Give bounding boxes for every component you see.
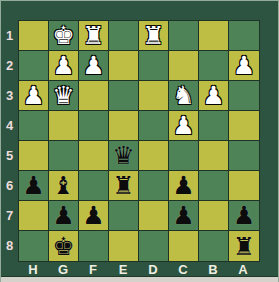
square-f8[interactable] — [79, 231, 109, 261]
black-bishop[interactable]: ♝ — [52, 171, 74, 200]
square-c2[interactable] — [169, 51, 199, 81]
square-e3[interactable] — [109, 81, 139, 111]
black-pawn[interactable]: ♟ — [22, 171, 44, 200]
square-b1[interactable] — [199, 21, 229, 51]
square-f2[interactable]: ♟ — [79, 51, 109, 81]
black-pawn[interactable]: ♟ — [172, 201, 194, 230]
rank-label-3: 3 — [3, 80, 16, 110]
file-label-e: E — [108, 262, 138, 277]
square-f1[interactable]: ♜ — [79, 21, 109, 51]
square-g6[interactable]: ♝ — [49, 171, 79, 201]
square-a6[interactable] — [229, 171, 259, 201]
square-e6[interactable]: ♜ — [109, 171, 139, 201]
square-f6[interactable] — [79, 171, 109, 201]
square-c4[interactable]: ♟ — [169, 111, 199, 141]
square-d8[interactable] — [139, 231, 169, 261]
file-label-f: F — [78, 262, 108, 277]
square-f4[interactable] — [79, 111, 109, 141]
rank-label-7: 7 — [3, 200, 16, 230]
square-a5[interactable] — [229, 141, 259, 171]
white-rook[interactable]: ♜ — [82, 21, 104, 50]
rank-label-2: 2 — [3, 50, 16, 80]
square-h3[interactable]: ♟ — [19, 81, 49, 111]
square-b3[interactable]: ♟ — [199, 81, 229, 111]
square-b7[interactable] — [199, 201, 229, 231]
square-d5[interactable] — [139, 141, 169, 171]
square-h5[interactable] — [19, 141, 49, 171]
square-g4[interactable] — [49, 111, 79, 141]
white-pawn[interactable]: ♟ — [172, 111, 194, 140]
rank-label-1: 1 — [3, 20, 16, 50]
square-e4[interactable] — [109, 111, 139, 141]
white-pawn[interactable]: ♟ — [233, 51, 255, 80]
rank-label-4: 4 — [3, 110, 16, 140]
square-c1[interactable] — [169, 21, 199, 51]
white-pawn[interactable]: ♟ — [22, 81, 44, 110]
square-f5[interactable] — [79, 141, 109, 171]
square-g3[interactable]: ♛ — [49, 81, 79, 111]
black-rook[interactable]: ♜ — [112, 171, 134, 200]
square-c8[interactable] — [169, 231, 199, 261]
square-d6[interactable] — [139, 171, 169, 201]
white-queen[interactable]: ♛ — [52, 81, 74, 110]
white-knight[interactable]: ♞ — [172, 81, 194, 110]
square-d4[interactable] — [139, 111, 169, 141]
white-rook[interactable]: ♜ — [142, 21, 164, 50]
bottom-strip — [0, 276, 279, 282]
square-a4[interactable] — [229, 111, 259, 141]
black-king[interactable]: ♚ — [52, 232, 74, 261]
square-h7[interactable] — [19, 201, 49, 231]
square-c6[interactable]: ♟ — [169, 171, 199, 201]
chess-board: ♚♜♜♟♟♟♟♛♞♟♟♛♟♝♜♟♟♟♟♟♚♜ — [18, 20, 260, 262]
file-label-d: D — [138, 262, 168, 277]
square-a7[interactable]: ♟ — [229, 201, 259, 231]
square-f3[interactable] — [79, 81, 109, 111]
white-king[interactable]: ♚ — [52, 21, 74, 50]
square-g1[interactable]: ♚ — [49, 21, 79, 51]
square-d7[interactable] — [139, 201, 169, 231]
square-b2[interactable] — [199, 51, 229, 81]
square-h4[interactable] — [19, 111, 49, 141]
square-e7[interactable] — [109, 201, 139, 231]
white-pawn[interactable]: ♟ — [82, 51, 104, 80]
black-pawn[interactable]: ♟ — [52, 201, 74, 230]
square-e1[interactable] — [109, 21, 139, 51]
square-b5[interactable] — [199, 141, 229, 171]
file-label-a: A — [228, 262, 258, 277]
black-pawn[interactable]: ♟ — [82, 201, 104, 230]
black-pawn[interactable]: ♟ — [233, 201, 255, 230]
square-h2[interactable] — [19, 51, 49, 81]
white-pawn[interactable]: ♟ — [52, 51, 74, 80]
square-c5[interactable] — [169, 141, 199, 171]
square-f7[interactable]: ♟ — [79, 201, 109, 231]
square-a8[interactable]: ♜ — [229, 231, 259, 261]
file-label-h: H — [18, 262, 48, 277]
square-g8[interactable]: ♚ — [49, 231, 79, 261]
file-label-c: C — [168, 262, 198, 277]
file-label-g: G — [48, 262, 78, 277]
square-c3[interactable]: ♞ — [169, 81, 199, 111]
square-b4[interactable] — [199, 111, 229, 141]
square-e5[interactable]: ♛ — [109, 141, 139, 171]
file-label-b: B — [198, 262, 228, 277]
square-b6[interactable] — [199, 171, 229, 201]
square-d3[interactable] — [139, 81, 169, 111]
square-h8[interactable] — [19, 231, 49, 261]
white-pawn[interactable]: ♟ — [202, 81, 224, 110]
square-c7[interactable]: ♟ — [169, 201, 199, 231]
square-g7[interactable]: ♟ — [49, 201, 79, 231]
board-panel: ♚♜♜♟♟♟♟♛♞♟♟♛♟♝♜♟♟♟♟♟♚♜ 12345678 HGFEDCBA — [0, 0, 279, 282]
black-rook[interactable]: ♜ — [233, 232, 255, 261]
square-a3[interactable] — [229, 81, 259, 111]
rank-label-8: 8 — [3, 230, 16, 260]
square-g2[interactable]: ♟ — [49, 51, 79, 81]
rank-label-5: 5 — [3, 140, 16, 170]
square-b8[interactable] — [199, 231, 229, 261]
square-a2[interactable]: ♟ — [229, 51, 259, 81]
square-d1[interactable]: ♜ — [139, 21, 169, 51]
square-h6[interactable]: ♟ — [19, 171, 49, 201]
square-e2[interactable] — [109, 51, 139, 81]
square-e8[interactable] — [109, 231, 139, 261]
square-a1[interactable] — [229, 21, 259, 51]
square-h1[interactable] — [19, 21, 49, 51]
square-g5[interactable] — [49, 141, 79, 171]
black-pawn[interactable]: ♟ — [172, 171, 194, 200]
square-d2[interactable] — [139, 51, 169, 81]
rank-label-6: 6 — [3, 170, 16, 200]
black-queen[interactable]: ♛ — [112, 141, 134, 170]
